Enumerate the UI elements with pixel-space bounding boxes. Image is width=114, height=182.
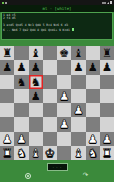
square-f8[interactable]: ♝ — [71, 46, 85, 60]
status-display-text: - - - — [52, 164, 61, 170]
black-bishop-piece: ♝ — [30, 46, 40, 60]
square-h8[interactable]: ♜ — [100, 46, 114, 60]
white-pawn-piece: ♟ — [2, 132, 12, 146]
black-rook-piece: ♜ — [102, 46, 112, 60]
engine-console: 1 e4 c52 f4 d5 3 exd5 Qxd5 4 Nc3 Qd8 5 B… — [1, 12, 113, 40]
square-f4[interactable]: ♟ — [71, 103, 85, 117]
square-c1[interactable]: ♝ — [29, 146, 43, 160]
square-d4[interactable] — [43, 103, 57, 117]
white-king-piece: ♚ — [45, 146, 55, 160]
square-f7[interactable]: ♟ — [71, 60, 85, 74]
black-pawn-piece: ♟ — [2, 60, 12, 74]
status-bar-left — [2, 2, 7, 4]
white-rook-piece: ♜ — [102, 146, 112, 160]
square-e6[interactable] — [57, 75, 71, 89]
black-king-piece: ♚ — [59, 46, 69, 60]
square-a4[interactable] — [0, 103, 14, 117]
app-screen: ml - [white] 1 e4 c52 f4 d5 3 exd5 Qxd5 … — [0, 0, 114, 182]
redo-button[interactable]: ↷ — [82, 172, 89, 179]
square-a2[interactable]: ♟ — [0, 132, 14, 146]
square-e5[interactable]: ♟ — [57, 89, 71, 103]
square-c5[interactable]: ♟ — [29, 89, 43, 103]
square-b2[interactable]: ♟ — [14, 132, 28, 146]
square-h5[interactable] — [100, 89, 114, 103]
white-pawn-piece: ♟ — [87, 132, 97, 146]
square-h7[interactable]: ♟ — [100, 60, 114, 74]
square-a6[interactable] — [0, 75, 14, 89]
black-knight-piece: ♞ — [30, 75, 40, 89]
square-e1[interactable] — [57, 146, 71, 160]
square-c6[interactable]: ♞ — [29, 75, 43, 89]
square-d8[interactable] — [43, 46, 57, 60]
square-c4[interactable] — [29, 103, 43, 117]
square-e4[interactable] — [57, 103, 71, 117]
square-a1[interactable]: ♜ — [0, 146, 14, 160]
status-bar-right — [102, 1, 112, 4]
circle-dot-button[interactable] — [25, 173, 31, 179]
white-bishop-piece: ♝ — [30, 146, 40, 160]
square-f6[interactable] — [71, 75, 85, 89]
white-knight-piece: ♞ — [16, 146, 26, 160]
black-knight-piece: ♞ — [16, 75, 26, 89]
square-b3[interactable] — [14, 117, 28, 131]
square-d6[interactable] — [43, 75, 57, 89]
bottom-panel: - - - ↷ — [0, 163, 114, 182]
square-e3[interactable]: ♟ — [57, 117, 71, 131]
square-f3[interactable] — [71, 117, 85, 131]
square-a5[interactable] — [0, 89, 14, 103]
title-bar: ml - [white] — [0, 5, 114, 12]
square-f2[interactable] — [71, 132, 85, 146]
console-lines: 1 e4 c52 f4 d5 3 exd5 Qxd5 4 Nc3 Qd8 5 B… — [3, 14, 111, 32]
square-c7[interactable]: ♟ — [29, 60, 43, 74]
black-bishop-piece: ♝ — [73, 46, 83, 60]
square-d1[interactable]: ♚ — [43, 146, 57, 160]
square-g7[interactable]: ♟ — [86, 60, 100, 74]
square-c2[interactable] — [29, 132, 43, 146]
console-line: 6 .. Nb6 7 Qe2 Qd4 8 Qd1 Qxd1+ 9 Kxd1 — [3, 28, 111, 32]
white-pawn-piece: ♟ — [59, 89, 69, 103]
black-pawn-piece: ♟ — [73, 60, 83, 74]
square-e2[interactable] — [57, 132, 71, 146]
black-pawn-piece: ♟ — [16, 60, 26, 74]
status-text-icon — [102, 2, 106, 4]
square-b1[interactable]: ♞ — [14, 146, 28, 160]
square-f5[interactable] — [71, 89, 85, 103]
square-f1[interactable]: ♝ — [71, 146, 85, 160]
square-a3[interactable] — [0, 117, 14, 131]
redo-arrow-icon: ↷ — [83, 171, 88, 179]
white-bishop-piece: ♝ — [73, 146, 83, 160]
nav-row: ↷ — [0, 171, 114, 179]
square-d5[interactable] — [43, 89, 57, 103]
app-title: ml - [white] — [43, 5, 72, 12]
square-h3[interactable] — [100, 117, 114, 131]
square-g8[interactable] — [86, 46, 100, 60]
square-b4[interactable] — [14, 103, 28, 117]
square-e7[interactable] — [57, 60, 71, 74]
black-pawn-piece: ♟ — [102, 60, 112, 74]
square-h4[interactable] — [100, 103, 114, 117]
black-pawn-piece: ♟ — [30, 60, 40, 74]
square-g1[interactable]: ♞ — [86, 146, 100, 160]
square-d3[interactable] — [43, 117, 57, 131]
square-a8[interactable]: ♜ — [0, 46, 14, 60]
square-h2[interactable]: ♟ — [100, 132, 114, 146]
battery-icon — [110, 1, 112, 4]
chess-board[interactable]: ♜♝♚♝♜♟♟♟♟♟♟♞♞♟♟♟♟♟♟♟♟♜♞♝♚♝♞♜ — [0, 46, 114, 160]
black-pawn-piece: ♟ — [87, 60, 97, 74]
square-b6[interactable]: ♞ — [14, 75, 28, 89]
square-g2[interactable]: ♟ — [86, 132, 100, 146]
white-pawn-piece: ♟ — [102, 132, 112, 146]
square-a7[interactable]: ♟ — [0, 60, 14, 74]
square-e8[interactable]: ♚ — [57, 46, 71, 60]
square-d2[interactable] — [43, 132, 57, 146]
square-d7[interactable] — [43, 60, 57, 74]
square-c3[interactable] — [29, 117, 43, 131]
signal-icon — [107, 2, 109, 4]
white-pawn-piece: ♟ — [16, 132, 26, 146]
white-pawn-piece: ♟ — [73, 103, 83, 117]
white-knight-piece: ♞ — [87, 146, 97, 160]
white-rook-piece: ♜ — [2, 146, 12, 160]
terminal-cursor — [72, 28, 75, 31]
status-display: - - - — [47, 163, 68, 171]
square-h1[interactable]: ♜ — [100, 146, 114, 160]
circle-dot-icon — [27, 175, 29, 177]
white-pawn-piece: ♟ — [59, 117, 69, 131]
square-b5[interactable] — [14, 89, 28, 103]
square-c8[interactable]: ♝ — [29, 46, 43, 60]
notification-icon — [5, 2, 7, 4]
square-b7[interactable]: ♟ — [14, 60, 28, 74]
square-g5[interactable] — [86, 89, 100, 103]
square-g4[interactable] — [86, 103, 100, 117]
square-g3[interactable] — [86, 117, 100, 131]
black-rook-piece: ♜ — [2, 46, 12, 60]
notification-icon — [2, 2, 4, 4]
black-pawn-piece: ♟ — [30, 89, 40, 103]
square-h6[interactable] — [100, 75, 114, 89]
square-g6[interactable] — [86, 75, 100, 89]
square-b8[interactable] — [14, 46, 28, 60]
